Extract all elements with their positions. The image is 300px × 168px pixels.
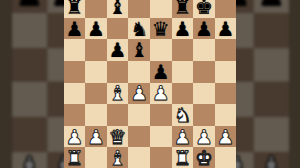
square-d1[interactable] [128,147,150,168]
square-g2[interactable]: ♟ [193,126,215,148]
square-b5[interactable] [85,61,107,83]
white-bishop-icon[interactable]: ♝ [109,83,127,103]
square-a4[interactable] [64,83,86,105]
white-queen-icon[interactable]: ♛ [109,126,127,146]
black-rook-icon[interactable]: ♜ [65,0,83,16]
black-pawn-icon[interactable]: ♟ [195,18,213,38]
square-d4[interactable]: ♟ [128,83,150,105]
square-c1[interactable]: ♝ [107,147,129,168]
square-a1[interactable]: ♜ [64,147,86,168]
square-b7[interactable]: ♟ [85,18,107,40]
white-pawn-icon[interactable]: ♟ [152,83,170,103]
square-f2[interactable]: ♟ [172,126,194,148]
square-f4[interactable] [172,83,194,105]
square-h6[interactable] [215,39,237,61]
white-rook-icon[interactable]: ♜ [65,148,83,168]
square-g1[interactable]: ♚ [193,147,215,168]
square-h2[interactable]: ♟ [215,126,237,148]
square-c6[interactable]: ♟ [107,39,129,61]
square-e5[interactable]: ♟ [150,61,172,83]
square-f3[interactable]: ♞ [172,104,194,126]
white-pawn-icon[interactable]: ♟ [217,126,235,146]
white-king-icon[interactable]: ♚ [195,148,213,168]
foreground-layer: ♜♝♜♚♟♟♞♛♟♟♟♟♝♟♝♟♟♞♟♟♛♟♟♟♜♝♜♚ [0,0,300,168]
square-b4[interactable] [85,83,107,105]
black-pawn-icon[interactable]: ♟ [87,18,105,38]
square-e1[interactable] [150,147,172,168]
square-b6[interactable] [85,39,107,61]
square-h3[interactable] [215,104,237,126]
white-pawn-icon[interactable]: ♟ [87,126,105,146]
black-king-icon[interactable]: ♚ [195,0,213,16]
chess-board[interactable]: ♜♝♜♚♟♟♞♛♟♟♟♟♝♟♝♟♟♞♟♟♛♟♟♟♜♝♜♚ [64,0,237,168]
square-e4[interactable]: ♟ [150,83,172,105]
white-bishop-icon[interactable]: ♝ [109,148,127,168]
square-a6[interactable] [64,39,86,61]
square-c5[interactable] [107,61,129,83]
square-c2[interactable]: ♛ [107,126,129,148]
black-bishop-icon[interactable]: ♝ [130,40,148,60]
square-a3[interactable] [64,104,86,126]
square-c4[interactable]: ♝ [107,83,129,105]
square-h1[interactable] [215,147,237,168]
white-pawn-icon[interactable]: ♟ [65,126,83,146]
square-f1[interactable]: ♜ [172,147,194,168]
square-g4[interactable] [193,83,215,105]
white-pawn-icon[interactable]: ♟ [173,126,191,146]
square-a7[interactable]: ♟ [64,18,86,40]
black-pawn-icon[interactable]: ♟ [173,18,191,38]
square-g5[interactable] [193,61,215,83]
square-d2[interactable] [128,126,150,148]
black-knight-icon[interactable]: ♞ [130,18,148,38]
square-h7[interactable]: ♟ [215,18,237,40]
square-h4[interactable] [215,83,237,105]
square-b3[interactable] [85,104,107,126]
square-d7[interactable]: ♞ [128,18,150,40]
square-d6[interactable]: ♝ [128,39,150,61]
square-e7[interactable]: ♛ [150,18,172,40]
black-pawn-icon[interactable]: ♟ [152,61,170,81]
black-pawn-icon[interactable]: ♟ [217,18,235,38]
black-rook-icon[interactable]: ♜ [173,0,191,16]
square-g6[interactable] [193,39,215,61]
square-g3[interactable] [193,104,215,126]
square-c3[interactable] [107,104,129,126]
square-d5[interactable] [128,61,150,83]
white-knight-icon[interactable]: ♞ [173,104,191,124]
square-c8[interactable]: ♝ [107,0,129,18]
square-e6[interactable] [150,39,172,61]
square-b2[interactable]: ♟ [85,126,107,148]
square-f5[interactable] [172,61,194,83]
square-f7[interactable]: ♟ [172,18,194,40]
white-pawn-icon[interactable]: ♟ [130,83,148,103]
square-a2[interactable]: ♟ [64,126,86,148]
black-pawn-icon[interactable]: ♟ [109,40,127,60]
white-pawn-icon[interactable]: ♟ [195,126,213,146]
square-c7[interactable] [107,18,129,40]
square-f6[interactable] [172,39,194,61]
square-g7[interactable]: ♟ [193,18,215,40]
square-a5[interactable] [64,61,86,83]
black-bishop-icon[interactable]: ♝ [109,0,127,16]
square-e2[interactable] [150,126,172,148]
square-d3[interactable] [128,104,150,126]
video-frame: ♜♝♜♚♟♟♞♛♟♟♟♟♝♟♝♟♟♞♟♟♛♟♟♟♜♝♜♚ ♜♝♜♚♟♟♞♛♟♟♟… [0,0,300,168]
black-queen-icon[interactable]: ♛ [152,18,170,38]
white-rook-icon[interactable]: ♜ [173,148,191,168]
square-e3[interactable] [150,104,172,126]
square-h5[interactable] [215,61,237,83]
square-b1[interactable] [85,147,107,168]
black-pawn-icon[interactable]: ♟ [65,18,83,38]
